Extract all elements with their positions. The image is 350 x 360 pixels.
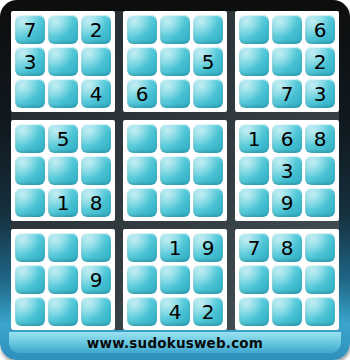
cell-r4c8: 6 (272, 124, 302, 153)
sudoku-board-frame: 7234566273518168399194278 www.sudokusweb… (0, 0, 350, 360)
cell-r9c9[interactable] (305, 297, 335, 326)
cell-r8c3: 9 (81, 265, 111, 294)
cell-r7c3[interactable] (81, 233, 111, 262)
cell-r9c6: 2 (193, 297, 223, 326)
cell-r6c6[interactable] (193, 188, 223, 217)
cell-r8c8[interactable] (272, 265, 302, 294)
cell-r3c2[interactable] (48, 79, 78, 108)
cell-r6c5[interactable] (160, 188, 190, 217)
sudoku-box-1-1: 7234 (11, 11, 115, 112)
cell-r8c2[interactable] (48, 265, 78, 294)
cell-r2c7[interactable] (239, 47, 269, 76)
cell-r6c9[interactable] (305, 188, 335, 217)
website-link[interactable]: www.sudokusweb.com (87, 335, 263, 351)
cell-r1c6[interactable] (193, 15, 223, 44)
cell-r4c2: 5 (48, 124, 78, 153)
cell-r9c2[interactable] (48, 297, 78, 326)
cell-r4c9: 8 (305, 124, 335, 153)
sudoku-box-1-2: 56 (123, 11, 227, 112)
cell-r2c3[interactable] (81, 47, 111, 76)
cell-r5c8: 3 (272, 156, 302, 185)
cell-r8c1[interactable] (15, 265, 45, 294)
cell-r7c4[interactable] (127, 233, 157, 262)
cell-r5c5[interactable] (160, 156, 190, 185)
cell-r6c7[interactable] (239, 188, 269, 217)
cell-r1c5[interactable] (160, 15, 190, 44)
cell-r3c4: 6 (127, 79, 157, 108)
cell-r7c9[interactable] (305, 233, 335, 262)
sudoku-box-2-3: 16839 (235, 120, 339, 221)
cell-r4c1[interactable] (15, 124, 45, 153)
cell-r6c4[interactable] (127, 188, 157, 217)
footer-bar: www.sudokusweb.com (9, 332, 341, 353)
cell-r3c6[interactable] (193, 79, 223, 108)
cell-r9c3[interactable] (81, 297, 111, 326)
cell-r7c7: 7 (239, 233, 269, 262)
cell-r7c1[interactable] (15, 233, 45, 262)
cell-r5c9[interactable] (305, 156, 335, 185)
cell-r1c2[interactable] (48, 15, 78, 44)
cell-r7c2[interactable] (48, 233, 78, 262)
cell-r8c5[interactable] (160, 265, 190, 294)
cell-r9c8[interactable] (272, 297, 302, 326)
sudoku-box-3-1: 9 (11, 229, 115, 330)
cell-r3c3: 4 (81, 79, 111, 108)
cell-r5c7[interactable] (239, 156, 269, 185)
cell-r3c5[interactable] (160, 79, 190, 108)
cell-r1c4[interactable] (127, 15, 157, 44)
sudoku-box-3-2: 1942 (123, 229, 227, 330)
cell-r2c8[interactable] (272, 47, 302, 76)
cell-r7c6: 9 (193, 233, 223, 262)
cell-r5c6[interactable] (193, 156, 223, 185)
cell-r4c6[interactable] (193, 124, 223, 153)
cell-r1c3: 2 (81, 15, 111, 44)
cell-r9c5: 4 (160, 297, 190, 326)
cell-r1c7[interactable] (239, 15, 269, 44)
cell-r8c9[interactable] (305, 265, 335, 294)
cell-r2c4[interactable] (127, 47, 157, 76)
cell-r5c3[interactable] (81, 156, 111, 185)
cell-r4c5[interactable] (160, 124, 190, 153)
cell-r6c1[interactable] (15, 188, 45, 217)
cell-r5c1[interactable] (15, 156, 45, 185)
cell-r5c4[interactable] (127, 156, 157, 185)
sudoku-box-1-3: 6273 (235, 11, 339, 112)
cell-r1c8[interactable] (272, 15, 302, 44)
cell-r9c7[interactable] (239, 297, 269, 326)
cell-r6c2: 1 (48, 188, 78, 217)
cell-r2c9: 2 (305, 47, 335, 76)
cell-r1c9: 6 (305, 15, 335, 44)
cell-r6c3: 8 (81, 188, 111, 217)
cell-r4c7: 1 (239, 124, 269, 153)
cell-r3c9: 3 (305, 79, 335, 108)
sudoku-box-3-3: 78 (235, 229, 339, 330)
cell-r9c1[interactable] (15, 297, 45, 326)
cell-r2c6: 5 (193, 47, 223, 76)
cell-r2c2[interactable] (48, 47, 78, 76)
cell-r8c7[interactable] (239, 265, 269, 294)
cell-r3c1[interactable] (15, 79, 45, 108)
cell-r4c4[interactable] (127, 124, 157, 153)
cell-r7c8: 8 (272, 233, 302, 262)
cell-r3c7[interactable] (239, 79, 269, 108)
cell-r3c8: 7 (272, 79, 302, 108)
cell-r4c3[interactable] (81, 124, 111, 153)
sudoku-box-2-2 (123, 120, 227, 221)
cell-r9c4[interactable] (127, 297, 157, 326)
cell-r5c2[interactable] (48, 156, 78, 185)
cell-r6c8: 9 (272, 188, 302, 217)
cell-r8c6[interactable] (193, 265, 223, 294)
cell-r2c1: 3 (15, 47, 45, 76)
cell-r1c1: 7 (15, 15, 45, 44)
cell-r7c5: 1 (160, 233, 190, 262)
cell-r8c4[interactable] (127, 265, 157, 294)
sudoku-grid: 7234566273518168399194278 (11, 11, 339, 330)
sudoku-box-2-1: 518 (11, 120, 115, 221)
cell-r2c5[interactable] (160, 47, 190, 76)
